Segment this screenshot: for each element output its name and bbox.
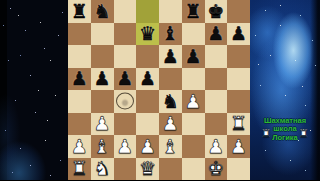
white-rook-h3[interactable]: ♜ [230, 114, 247, 133]
square-h4[interactable] [227, 90, 250, 113]
white-rook-a1[interactable]: ♜ [71, 159, 88, 178]
white-pawn-d2[interactable]: ♟ [139, 136, 156, 155]
square-b2[interactable]: ♝ [91, 135, 114, 158]
black-pawn-a5[interactable]: ♟ [71, 69, 88, 88]
white-knight-b1[interactable]: ♞ [94, 159, 111, 178]
black-queen-d7[interactable]: ♛ [139, 24, 156, 43]
square-d7[interactable]: ♛ [136, 23, 159, 46]
square-d4[interactable] [136, 90, 159, 113]
square-h5[interactable] [227, 68, 250, 91]
white-pawn-e3[interactable]: ♟ [162, 114, 179, 133]
square-d8[interactable] [136, 0, 159, 23]
square-a2[interactable]: ♟ [68, 135, 91, 158]
circle-annotation-c4 [116, 93, 134, 110]
square-d6[interactable] [136, 45, 159, 68]
square-c8[interactable] [114, 0, 137, 23]
black-pawn-f6[interactable]: ♟ [185, 46, 202, 65]
channel-banner: Шахматная ♜ школа Логика ♜ [255, 116, 315, 142]
black-pawn-c5[interactable]: ♟ [116, 69, 133, 88]
square-f1[interactable] [182, 158, 205, 181]
square-h3[interactable]: ♜ [227, 113, 250, 136]
square-a4[interactable] [68, 90, 91, 113]
square-g6[interactable] [205, 45, 228, 68]
square-f8[interactable]: ♜ [182, 0, 205, 23]
square-e1[interactable] [159, 158, 182, 181]
square-h8[interactable] [227, 0, 250, 23]
rook-icon-left: ♜ [261, 128, 271, 139]
square-c4[interactable] [114, 90, 137, 113]
black-rook-f8[interactable]: ♜ [185, 1, 202, 20]
black-rook-a8[interactable]: ♜ [71, 1, 88, 20]
square-g3[interactable] [205, 113, 228, 136]
square-e7[interactable]: ♝ [159, 23, 182, 46]
square-e4[interactable]: ♞ [159, 90, 182, 113]
square-e5[interactable] [159, 68, 182, 91]
square-f2[interactable] [182, 135, 205, 158]
square-b1[interactable]: ♞ [91, 158, 114, 181]
square-a8[interactable]: ♜ [68, 0, 91, 23]
square-e3[interactable]: ♟ [159, 113, 182, 136]
square-a6[interactable] [68, 45, 91, 68]
black-pawn-d5[interactable]: ♟ [139, 69, 156, 88]
space-background-right [250, 0, 320, 180]
black-bishop-e7[interactable]: ♝ [162, 24, 179, 43]
white-pawn-f4[interactable]: ♟ [185, 91, 202, 110]
white-bishop-e2[interactable]: ♝ [162, 136, 179, 155]
black-king-g8[interactable]: ♚ [207, 1, 224, 20]
square-c6[interactable] [114, 45, 137, 68]
square-g1[interactable]: ♚ [205, 158, 228, 181]
square-a5[interactable]: ♟ [68, 68, 91, 91]
square-f6[interactable]: ♟ [182, 45, 205, 68]
square-e2[interactable]: ♝ [159, 135, 182, 158]
square-h1[interactable] [227, 158, 250, 181]
square-b6[interactable] [91, 45, 114, 68]
square-b3[interactable]: ♟ [91, 113, 114, 136]
square-g8[interactable]: ♚ [205, 0, 228, 23]
square-f4[interactable]: ♟ [182, 90, 205, 113]
square-c2[interactable]: ♟ [114, 135, 137, 158]
square-g4[interactable] [205, 90, 228, 113]
white-pawn-h2[interactable]: ♟ [230, 136, 247, 155]
chess-board[interactable]: ♜♞♜♚♛♝♟♟♟♟♟♟♟♟♞♟♟♟♜♟♝♟♟♝♟♟♜♞♛♚ [68, 0, 250, 180]
square-d1[interactable]: ♛ [136, 158, 159, 181]
white-pawn-c2[interactable]: ♟ [116, 136, 133, 155]
square-c7[interactable] [114, 23, 137, 46]
square-g7[interactable]: ♟ [205, 23, 228, 46]
square-d5[interactable]: ♟ [136, 68, 159, 91]
white-queen-d1[interactable]: ♛ [139, 159, 156, 178]
black-pawn-g7[interactable]: ♟ [207, 24, 224, 43]
square-f7[interactable] [182, 23, 205, 46]
square-c1[interactable] [114, 158, 137, 181]
square-a7[interactable] [68, 23, 91, 46]
square-d2[interactable]: ♟ [136, 135, 159, 158]
square-e6[interactable]: ♟ [159, 45, 182, 68]
black-knight-b8[interactable]: ♞ [94, 1, 111, 20]
square-b5[interactable]: ♟ [91, 68, 114, 91]
stars-right [0, 0, 1, 1]
square-c3[interactable] [114, 113, 137, 136]
white-king-g1[interactable]: ♚ [207, 159, 224, 178]
white-bishop-b2[interactable]: ♝ [94, 136, 111, 155]
black-pawn-h7[interactable]: ♟ [230, 24, 247, 43]
space-background-left [0, 0, 68, 180]
square-a3[interactable] [68, 113, 91, 136]
square-e8[interactable] [159, 0, 182, 23]
square-f5[interactable] [182, 68, 205, 91]
square-h7[interactable]: ♟ [227, 23, 250, 46]
square-d3[interactable] [136, 113, 159, 136]
square-g2[interactable]: ♟ [205, 135, 228, 158]
square-h6[interactable] [227, 45, 250, 68]
white-pawn-b3[interactable]: ♟ [94, 114, 111, 133]
square-a1[interactable]: ♜ [68, 158, 91, 181]
square-f3[interactable] [182, 113, 205, 136]
black-pawn-e6[interactable]: ♟ [162, 46, 179, 65]
square-h2[interactable]: ♟ [227, 135, 250, 158]
banner-title-line3: Логика [272, 134, 298, 143]
black-knight-e4[interactable]: ♞ [162, 91, 179, 110]
square-c5[interactable]: ♟ [114, 68, 137, 91]
square-b4[interactable] [91, 90, 114, 113]
square-g5[interactable] [205, 68, 228, 91]
black-pawn-b5[interactable]: ♟ [94, 69, 111, 88]
square-b8[interactable]: ♞ [91, 0, 114, 23]
rook-icon-right: ♜ [299, 128, 309, 139]
video-frame: ♜♞♜♚♛♝♟♟♟♟♟♟♟♟♞♟♟♟♜♟♝♟♟♝♟♟♜♞♛♚ Шахматная… [0, 0, 320, 180]
white-pawn-g2[interactable]: ♟ [207, 136, 224, 155]
square-b7[interactable] [91, 23, 114, 46]
white-pawn-a2[interactable]: ♟ [71, 136, 88, 155]
